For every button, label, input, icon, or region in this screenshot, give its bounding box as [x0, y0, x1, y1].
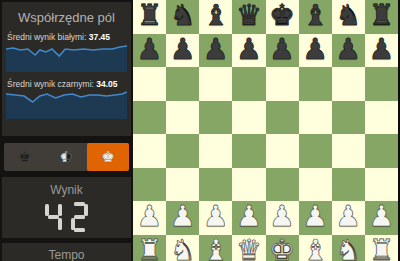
square-b8[interactable]: ♞	[166, 0, 199, 34]
square-d5[interactable]	[232, 101, 265, 135]
piece-black-rook[interactable]: ♜	[137, 1, 163, 30]
square-c4[interactable]	[199, 134, 232, 168]
square-h6[interactable]	[365, 67, 398, 101]
tempo-panel: Tempo	[2, 243, 131, 261]
square-c5[interactable]	[199, 101, 232, 135]
square-e3[interactable]	[266, 168, 299, 202]
square-h5[interactable]	[365, 101, 398, 135]
piece-white-rook[interactable]: ♜	[137, 236, 163, 261]
square-a8[interactable]: ♜	[133, 0, 166, 34]
piece-white-pawn[interactable]: ♟	[335, 202, 361, 231]
color-choice-black[interactable]: ♚	[4, 143, 46, 171]
square-g6[interactable]	[332, 67, 365, 101]
coordinate-trainer-app: Współrzędne pól Średni wynik białymi: 37…	[0, 0, 400, 261]
square-f1[interactable]: ♝	[299, 235, 332, 261]
square-e2[interactable]: ♟	[266, 201, 299, 235]
square-e5[interactable]	[266, 101, 299, 135]
piece-black-pawn[interactable]: ♟	[368, 35, 394, 64]
piece-black-pawn[interactable]: ♟	[335, 35, 361, 64]
square-e8[interactable]: ♚	[266, 0, 299, 34]
square-h4[interactable]	[365, 134, 398, 168]
score-value	[2, 202, 131, 232]
square-e7[interactable]: ♟	[266, 34, 299, 68]
square-f8[interactable]: ♝	[299, 0, 332, 34]
square-d7[interactable]: ♟	[232, 34, 265, 68]
square-g7[interactable]: ♟	[332, 34, 365, 68]
piece-white-pawn[interactable]: ♟	[368, 202, 394, 231]
square-c1[interactable]: ♝	[199, 235, 232, 261]
stats-panel: Współrzędne pól Średni wynik białymi: 37…	[2, 2, 131, 136]
piece-black-knight[interactable]: ♞	[335, 1, 361, 30]
piece-white-bishop[interactable]: ♝	[203, 236, 229, 261]
square-g1[interactable]: ♞	[332, 235, 365, 261]
square-b4[interactable]	[166, 134, 199, 168]
piece-black-pawn[interactable]: ♟	[203, 35, 229, 64]
square-f6[interactable]	[299, 67, 332, 101]
tempo-label: Tempo	[2, 243, 131, 261]
black-king-icon: ♚	[18, 150, 31, 165]
piece-black-pawn[interactable]: ♟	[302, 35, 328, 64]
piece-black-queen[interactable]: ♛	[236, 1, 262, 30]
piece-white-bishop[interactable]: ♝	[302, 236, 328, 261]
half-king-icon: ♚♚	[60, 150, 73, 165]
square-d8[interactable]: ♛	[232, 0, 265, 34]
sidebar: Współrzędne pól Średni wynik białymi: 37…	[0, 0, 133, 261]
square-b6[interactable]	[166, 67, 199, 101]
square-a2[interactable]: ♟	[133, 201, 166, 235]
square-f4[interactable]	[299, 134, 332, 168]
page-title: Współrzędne pól	[2, 2, 131, 25]
color-choice-random[interactable]: ♚♚	[46, 143, 88, 171]
piece-black-rook[interactable]: ♜	[368, 1, 394, 30]
square-e1[interactable]: ♚	[266, 235, 299, 261]
square-c8[interactable]: ♝	[199, 0, 232, 34]
chess-board[interactable]: ♜♞♝♛♚♝♞♜♟♟♟♟♟♟♟♟♟♟♟♟♟♟♟♟♜♞♝♛♚♝♞♜	[133, 0, 398, 261]
square-h8[interactable]: ♜	[365, 0, 398, 34]
square-d2[interactable]: ♟	[232, 201, 265, 235]
piece-white-pawn[interactable]: ♟	[170, 202, 196, 231]
white-average-label: Średni wynik białymi: 37.45	[7, 32, 126, 42]
square-b1[interactable]: ♞	[166, 235, 199, 261]
square-a1[interactable]: ♜	[133, 235, 166, 261]
white-average-chart	[6, 44, 127, 72]
square-a3[interactable]	[133, 168, 166, 202]
square-a7[interactable]: ♟	[133, 34, 166, 68]
square-h3[interactable]	[365, 168, 398, 202]
square-h7[interactable]: ♟	[365, 34, 398, 68]
square-b7[interactable]: ♟	[166, 34, 199, 68]
black-average-chart	[6, 91, 127, 119]
piece-black-bishop[interactable]: ♝	[302, 1, 328, 30]
black-average-label: Średni wynik czarnymi: 34.05	[7, 79, 126, 89]
square-e4[interactable]	[266, 134, 299, 168]
square-c3[interactable]	[199, 168, 232, 202]
square-b2[interactable]: ♟	[166, 201, 199, 235]
piece-black-bishop[interactable]: ♝	[203, 1, 229, 30]
square-a6[interactable]	[133, 67, 166, 101]
black-average-value: 34.05	[96, 79, 117, 89]
square-h1[interactable]: ♜	[365, 235, 398, 261]
square-f5[interactable]	[299, 101, 332, 135]
square-a5[interactable]	[133, 101, 166, 135]
square-f7[interactable]: ♟	[299, 34, 332, 68]
square-h2[interactable]: ♟	[365, 201, 398, 235]
square-g8[interactable]: ♞	[332, 0, 365, 34]
piece-white-rook[interactable]: ♜	[368, 236, 394, 261]
square-f2[interactable]: ♟	[299, 201, 332, 235]
square-c7[interactable]: ♟	[199, 34, 232, 68]
piece-black-knight[interactable]: ♞	[170, 1, 196, 30]
color-choice-white[interactable]: ♚	[87, 143, 129, 171]
piece-white-knight[interactable]: ♞	[335, 236, 361, 261]
square-b3[interactable]	[166, 168, 199, 202]
piece-white-knight[interactable]: ♞	[170, 236, 196, 261]
piece-white-pawn[interactable]: ♟	[302, 202, 328, 231]
square-g4[interactable]	[332, 134, 365, 168]
piece-black-pawn[interactable]: ♟	[269, 35, 295, 64]
square-g3[interactable]	[332, 168, 365, 202]
square-g5[interactable]	[332, 101, 365, 135]
square-c2[interactable]: ♟	[199, 201, 232, 235]
square-a4[interactable]	[133, 134, 166, 168]
piece-black-pawn[interactable]: ♟	[137, 35, 163, 64]
square-d3[interactable]	[232, 168, 265, 202]
square-g2[interactable]: ♟	[332, 201, 365, 235]
piece-black-king[interactable]: ♚	[269, 1, 295, 30]
square-b5[interactable]	[166, 101, 199, 135]
square-e6[interactable]	[266, 67, 299, 101]
piece-white-pawn[interactable]: ♟	[269, 202, 295, 231]
piece-black-pawn[interactable]: ♟	[236, 35, 262, 64]
piece-black-pawn[interactable]: ♟	[170, 35, 196, 64]
square-f3[interactable]	[299, 168, 332, 202]
score-digit	[71, 202, 88, 232]
piece-white-queen[interactable]: ♛	[236, 236, 262, 261]
board-container: ♜♞♝♛♚♝♞♜♟♟♟♟♟♟♟♟♟♟♟♟♟♟♟♟♜♞♝♛♚♝♞♜	[133, 0, 398, 261]
piece-white-pawn[interactable]: ♟	[203, 202, 229, 231]
square-d4[interactable]	[232, 134, 265, 168]
score-label: Wynik	[2, 177, 131, 197]
piece-white-king[interactable]: ♚	[269, 236, 295, 261]
square-d6[interactable]	[232, 67, 265, 101]
square-c6[interactable]	[199, 67, 232, 101]
white-king-icon: ♚	[101, 150, 114, 165]
white-average-value: 37.45	[89, 32, 110, 42]
square-d1[interactable]: ♛	[232, 235, 265, 261]
color-select-row: ♚ ♚♚ ♚	[4, 143, 129, 171]
score-panel: Wynik	[2, 177, 131, 238]
score-digit	[45, 202, 62, 232]
piece-white-pawn[interactable]: ♟	[137, 202, 163, 231]
piece-white-pawn[interactable]: ♟	[236, 202, 262, 231]
